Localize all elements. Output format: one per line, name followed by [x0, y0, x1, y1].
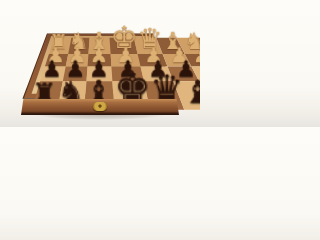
- board-frame: ♜♞♝♚♛♝♞♜♟♟♟♟♟♟♟♟♟♟♟♟♟♟♟♟♜♞♝♚♛♝♞♜: [22, 33, 177, 98]
- chess-board: ♜♞♝♚♛♝♞♜♟♟♟♟♟♟♟♟♟♟♟♟♟♟♟♟♜♞♝♚♛♝♞♜: [22, 33, 177, 98]
- board-border: ♜♞♝♚♛♝♞♜♟♟♟♟♟♟♟♟♟♟♟♟♟♟♟♟♜♞♝♚♛♝♞♜: [32, 36, 169, 94]
- chess-set-photo: ♜♞♝♚♛♝♞♜♟♟♟♟♟♟♟♟♟♟♟♟♟♟♟♟♜♞♝♚♛♝♞♜: [0, 0, 200, 127]
- brass-clasp: [93, 102, 107, 111]
- piece-black-bishop: ♝: [184, 76, 200, 108]
- board-grid: ♜♞♝♚♛♝♞♜♟♟♟♟♟♟♟♟♟♟♟♟♟♟♟♟♜♞♝♚♛♝♞♜: [37, 38, 162, 91]
